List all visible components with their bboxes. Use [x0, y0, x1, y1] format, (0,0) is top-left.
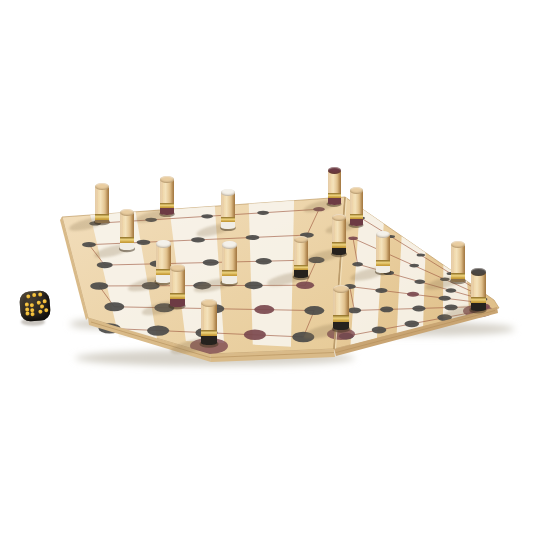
die-pip-top	[32, 293, 36, 297]
step-dot	[409, 264, 419, 268]
step-dot	[246, 235, 260, 240]
peg-top	[221, 189, 235, 196]
peg-black-16[interactable]	[333, 285, 349, 330]
step-dot	[380, 307, 393, 313]
step-dot	[104, 302, 124, 311]
peg-black-13[interactable]	[294, 236, 309, 278]
peg-white-7[interactable]	[376, 231, 390, 273]
step-dot	[82, 242, 96, 247]
step-dot-maroon	[244, 330, 266, 340]
die-pip-left	[29, 303, 33, 307]
peg-black-15[interactable]	[201, 299, 218, 345]
die-pip-left	[30, 312, 34, 316]
step-dot	[90, 282, 108, 290]
peg-colour-ring-maroon	[350, 219, 363, 226]
step-dot	[446, 288, 457, 292]
die-pip-top	[26, 294, 30, 298]
die[interactable]	[19, 290, 51, 322]
die-pip-left	[24, 302, 28, 306]
peg-colour-ring-black	[332, 248, 346, 255]
peg-colour-ring-white	[376, 266, 390, 273]
step-dot	[201, 214, 213, 218]
peg-colour-ring-black	[333, 322, 349, 330]
step-dot	[147, 325, 169, 335]
peg-maroon-2[interactable]	[160, 176, 174, 215]
step-dot	[203, 259, 219, 265]
peg-brass-band	[120, 237, 134, 243]
peg-top	[451, 241, 465, 248]
peg-top	[332, 214, 346, 221]
die-pip-right	[44, 308, 48, 312]
step-dot	[304, 306, 324, 315]
die-pip-right	[40, 304, 44, 308]
peg-top	[333, 285, 349, 293]
step-dot-maroon	[254, 305, 274, 314]
peg-black-6[interactable]	[332, 214, 346, 255]
peg-top	[222, 241, 237, 249]
step-dot	[97, 262, 113, 268]
step-dot	[414, 280, 425, 284]
peg-maroon-14[interactable]	[170, 264, 185, 307]
peg-natural-1[interactable]	[95, 183, 109, 223]
peg-colour-ring-white	[156, 275, 171, 283]
step-dot	[412, 306, 425, 312]
game-board	[0, 0, 550, 550]
peg-top	[120, 209, 134, 216]
peg-colour-ring-maroon	[328, 198, 341, 205]
peg-colour-ring-black	[471, 303, 486, 311]
die-pip-top	[38, 292, 42, 296]
peg-white-12[interactable]	[222, 241, 237, 284]
peg-brass-band	[333, 315, 349, 321]
peg-top	[160, 176, 174, 183]
peg-white-3[interactable]	[221, 189, 235, 229]
die-pip-left	[25, 311, 29, 315]
peg-top	[95, 183, 109, 190]
scene	[0, 0, 550, 550]
step-dot	[372, 327, 387, 334]
step-dot	[439, 296, 451, 301]
peg-top	[156, 240, 171, 248]
peg-colour-ring-white	[222, 276, 237, 284]
step-dot	[137, 240, 151, 245]
step-dot	[245, 282, 263, 290]
step-dot	[257, 211, 269, 215]
peg-colour-ring-maroon	[160, 208, 174, 215]
peg-natural-8[interactable]	[451, 241, 465, 282]
step-dot	[191, 237, 205, 242]
peg-colour-ring-black	[201, 336, 218, 345]
peg-brass-band	[332, 242, 346, 248]
step-dot-maroon	[407, 292, 419, 297]
step-dot	[256, 258, 272, 264]
peg-top	[350, 187, 363, 194]
peg-brass-band	[201, 330, 218, 337]
die-pip-right	[38, 309, 42, 313]
peg-top	[170, 264, 185, 272]
step-dot	[417, 254, 425, 257]
peg-colour-ring-black	[294, 270, 309, 278]
peg-colour-ring-maroon	[170, 299, 185, 307]
step-dot	[348, 308, 361, 314]
step-dot-maroon	[348, 237, 358, 241]
peg-brass-band	[376, 260, 390, 266]
step-dot	[352, 262, 363, 266]
die-pip-right	[43, 299, 47, 303]
step-dot-maroon	[296, 282, 314, 290]
peg-white-11[interactable]	[156, 240, 171, 283]
peg-top	[328, 167, 341, 174]
step-dot	[375, 288, 387, 293]
peg-colour-ring-natural	[451, 279, 465, 282]
peg-colour-ring-white	[221, 222, 235, 229]
peg-top	[376, 231, 390, 238]
peg-white-10[interactable]	[120, 209, 134, 250]
peg-black-9[interactable]	[471, 268, 486, 311]
peg-maroon-5[interactable]	[350, 187, 363, 226]
peg-maroon-4[interactable]	[328, 167, 341, 205]
peg-colour-ring-natural	[95, 220, 109, 223]
peg-colour-ring-white	[120, 243, 134, 250]
lane-stripe	[397, 236, 426, 333]
step-dot	[405, 320, 420, 327]
peg-top	[471, 268, 486, 276]
